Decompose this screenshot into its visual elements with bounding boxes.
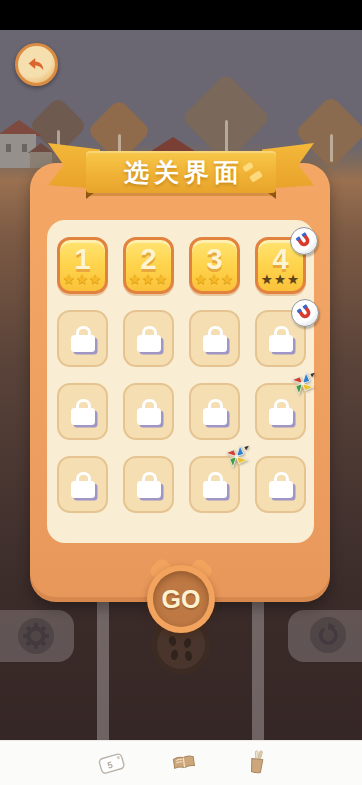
level-cell-3[interactable]: 3★★★ [189, 237, 240, 294]
house-window [22, 144, 27, 152]
level-cell-15[interactable] [189, 456, 240, 513]
go-button-label: GO [162, 585, 201, 614]
level-cell-6[interactable] [123, 310, 174, 367]
magnet-badge [291, 299, 319, 327]
level-cell-2[interactable]: 2★★★ [123, 237, 174, 294]
settings-button[interactable] [0, 610, 74, 662]
magnet-badge [290, 227, 318, 255]
level-cell-16[interactable] [255, 456, 306, 513]
lock-icon [203, 408, 227, 425]
level-stars: ★★★ [63, 273, 102, 287]
level-cell-14[interactable] [123, 456, 174, 513]
level-grid: 1★★★2★★★3★★★4★★★ [57, 237, 306, 513]
bird-badge [223, 443, 250, 470]
stump-seed [183, 637, 192, 648]
tree [294, 95, 362, 169]
level-cell-12[interactable] [255, 383, 306, 440]
level-cell-10[interactable] [123, 383, 174, 440]
level-cell-1[interactable]: 1★★★ [57, 237, 108, 294]
house-window [6, 144, 11, 152]
lock-icon [269, 335, 293, 352]
restart-icon [310, 617, 346, 653]
stump-seed [168, 635, 177, 646]
book-icon[interactable] [171, 754, 197, 776]
lock-icon [137, 335, 161, 352]
level-cell-4[interactable]: 4★★★ [255, 237, 306, 294]
level-grid-panel: 1★★★2★★★3★★★4★★★ [47, 220, 314, 543]
back-button[interactable] [15, 43, 58, 86]
level-stars: ★★★ [129, 273, 168, 287]
lock-icon [203, 335, 227, 352]
back-arrow-icon [26, 54, 47, 75]
lock-icon [269, 408, 293, 425]
lock-icon [137, 481, 161, 498]
background-rail [252, 595, 264, 740]
level-cell-5[interactable] [57, 310, 108, 367]
gear-icon [18, 618, 54, 654]
level-stars: ★★★ [195, 273, 234, 287]
footer-bar: 5 [0, 740, 362, 785]
lock-icon [137, 408, 161, 425]
level-number: 3 [206, 245, 222, 273]
background-rail [97, 595, 109, 740]
stump-seed [184, 650, 193, 661]
level-cell-7[interactable] [189, 310, 240, 367]
go-button[interactable]: GO [147, 565, 215, 633]
brush-basket-icon[interactable] [247, 749, 267, 779]
level-number: 2 [140, 245, 156, 273]
stump-seed [170, 649, 179, 660]
restart-button[interactable] [288, 610, 362, 662]
screen: 1★★★2★★★3★★★4★★★ 选关界面 GO 5 [0, 0, 362, 785]
tree-trunk [330, 134, 333, 162]
lock-icon [71, 335, 95, 352]
lock-icon [203, 481, 227, 498]
page-title: 选关界面 [124, 156, 244, 189]
level-number: 4 [272, 245, 288, 273]
level-number: 1 [74, 245, 90, 273]
level-cell-9[interactable] [57, 383, 108, 440]
level-cell-13[interactable] [57, 456, 108, 513]
level-cell-11[interactable] [189, 383, 240, 440]
level-cell-8[interactable] [255, 310, 306, 367]
price-tag-icon[interactable]: 5 [95, 750, 129, 780]
lock-icon [71, 481, 95, 498]
bird-badge [289, 370, 316, 397]
title-banner: 选关界面 [86, 151, 276, 193]
go-button-face: GO [153, 571, 209, 627]
level-select-panel: 1★★★2★★★3★★★4★★★ [30, 163, 330, 602]
level-stars: ★★★ [261, 273, 300, 287]
lock-icon [71, 408, 95, 425]
lock-icon [269, 481, 293, 498]
status-bar [0, 0, 362, 30]
